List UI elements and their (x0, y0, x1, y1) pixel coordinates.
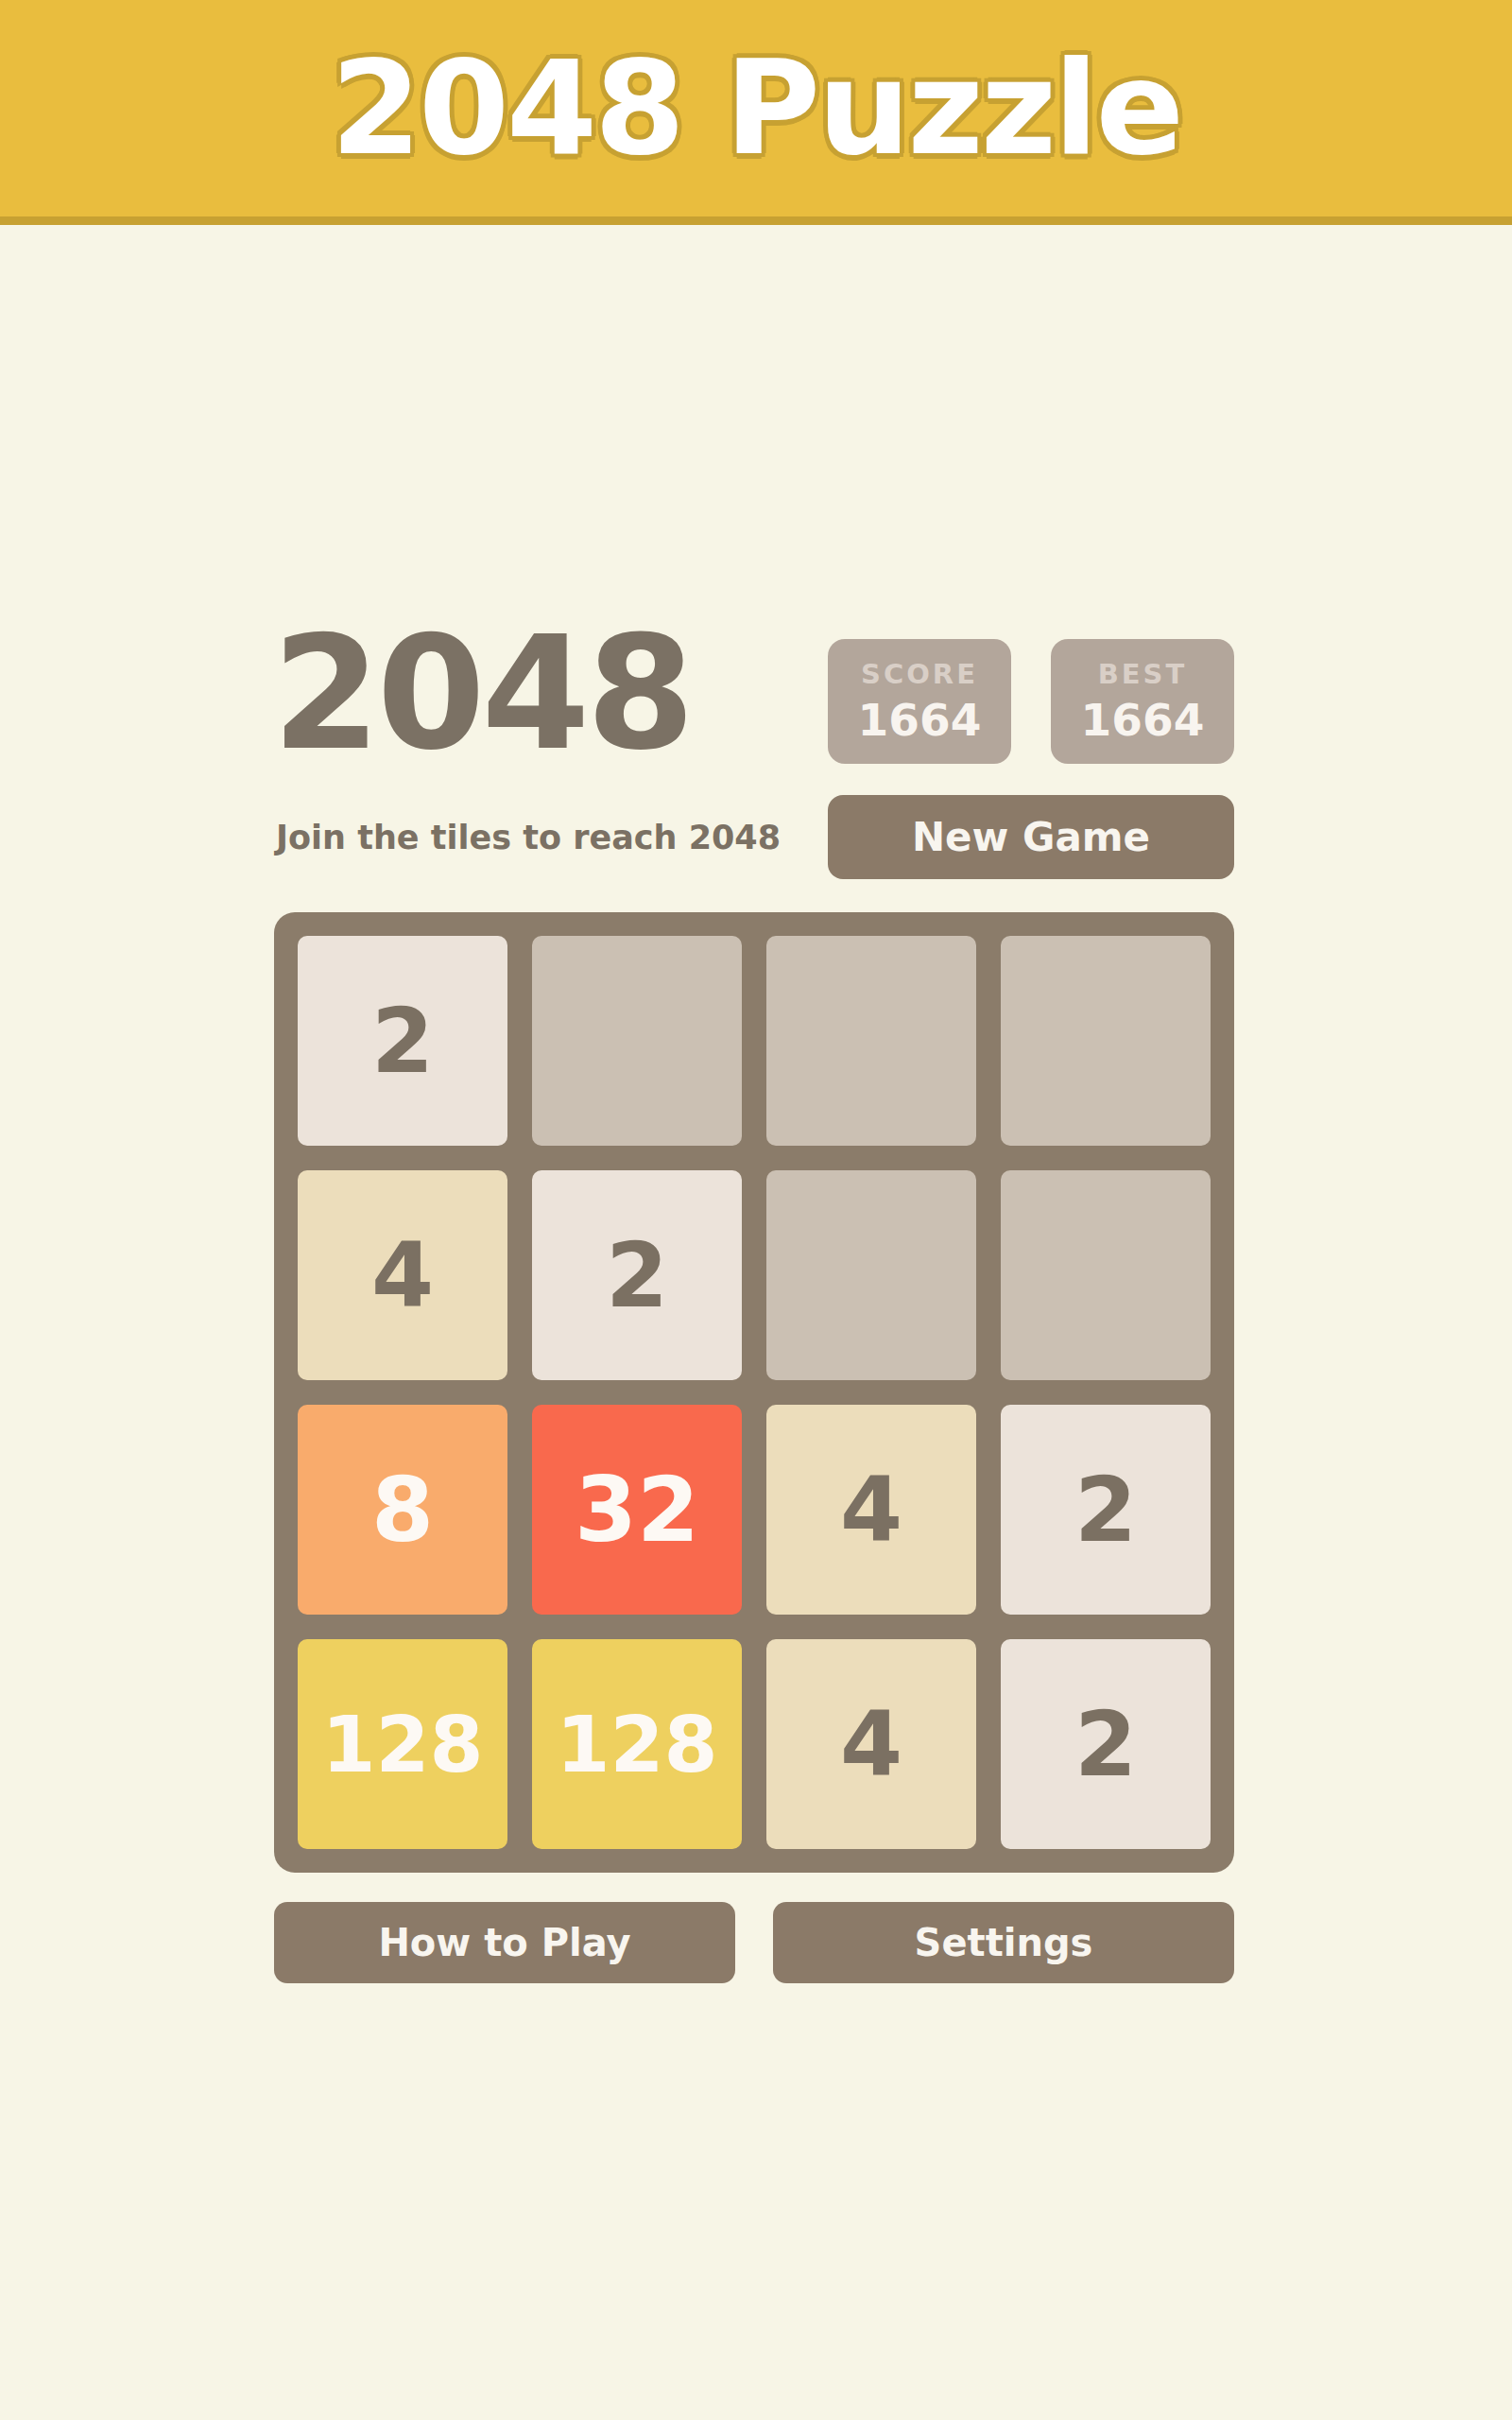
score-label: SCORE (861, 658, 978, 690)
tile-2-r3c4: 2 (1001, 1405, 1211, 1615)
tile-32-r3c2: 32 (532, 1405, 742, 1615)
empty-cell-r1c4 (1001, 936, 1211, 1146)
app-banner: 2048 Puzzle (0, 0, 1512, 216)
banner-shadow-strip (0, 216, 1512, 225)
empty-cell-r1c2 (532, 936, 742, 1146)
tile-2-r4c4: 2 (1001, 1639, 1211, 1849)
game-title: 2048 (272, 616, 691, 772)
tile-128-r4c1: 128 (298, 1639, 507, 1849)
best-value: 1664 (1081, 694, 1205, 746)
tile-4-r2c1: 4 (298, 1170, 507, 1380)
how-to-play-button[interactable]: How to Play (274, 1902, 735, 1983)
score-box: SCORE 1664 (828, 639, 1011, 764)
score-value: 1664 (858, 694, 982, 746)
game-subtitle: Join the tiles to reach 2048 (276, 819, 781, 856)
new-game-button[interactable]: New Game (828, 795, 1234, 879)
app-title: 2048 Puzzle (331, 32, 1181, 184)
empty-cell-r2c3 (766, 1170, 976, 1380)
empty-cell-r2c4 (1001, 1170, 1211, 1380)
tile-4-r3c3: 4 (766, 1405, 976, 1615)
game-board[interactable]: 2428324212812842 (274, 912, 1234, 1873)
tile-2-r1c1: 2 (298, 936, 507, 1146)
best-box: BEST 1664 (1051, 639, 1234, 764)
best-label: BEST (1098, 658, 1188, 690)
tile-8-r3c1: 8 (298, 1405, 507, 1615)
tile-128-r4c2: 128 (532, 1639, 742, 1849)
empty-cell-r1c3 (766, 936, 976, 1146)
settings-button[interactable]: Settings (773, 1902, 1234, 1983)
tile-2-r2c2: 2 (532, 1170, 742, 1380)
tile-4-r4c3: 4 (766, 1639, 976, 1849)
